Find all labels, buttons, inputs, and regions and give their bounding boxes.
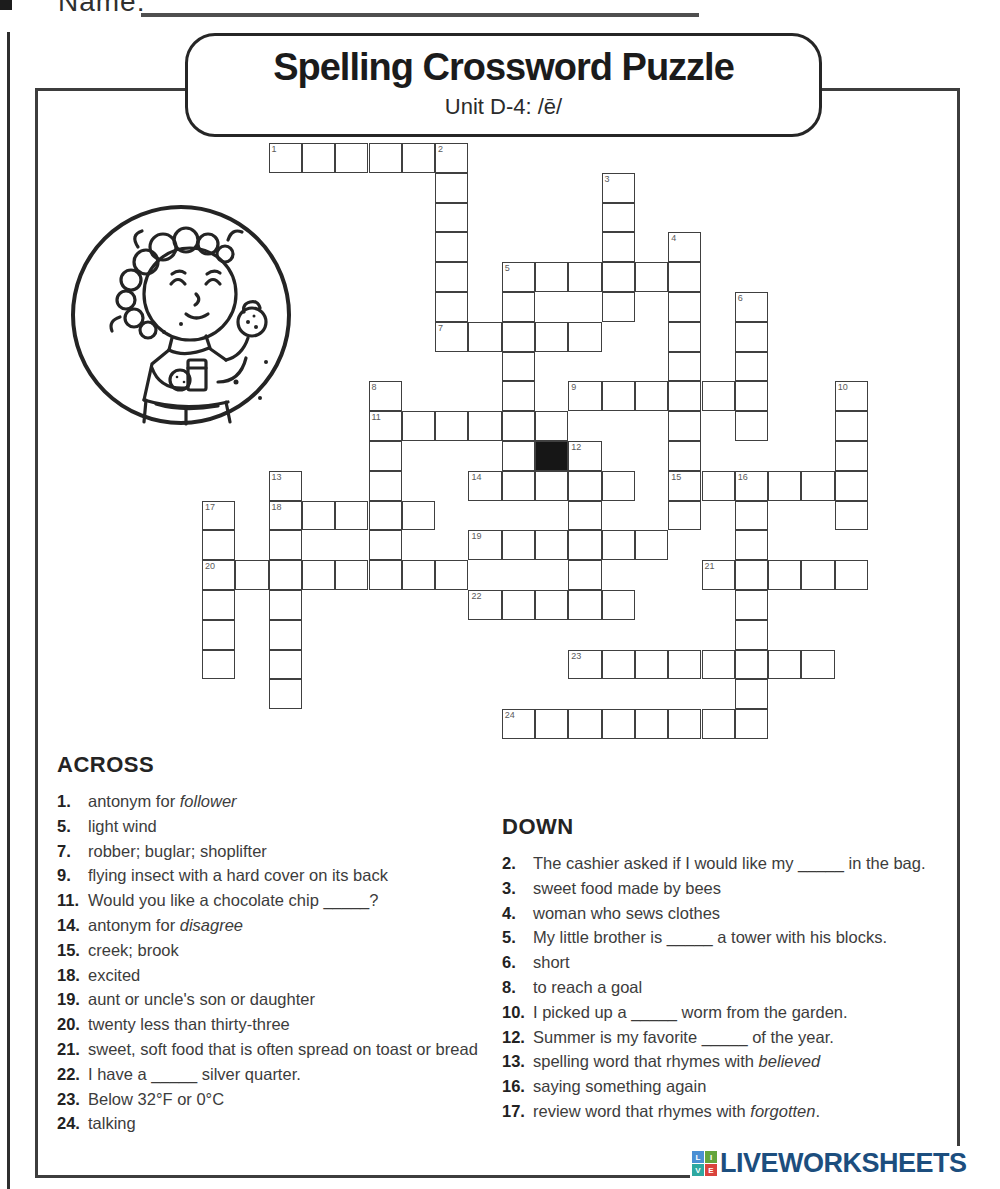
grid-cell-r10c11[interactable]: 12 xyxy=(568,441,601,471)
across-clue-5: 5.light wind xyxy=(57,816,489,836)
grid-cell-r4c13[interactable] xyxy=(635,262,668,292)
across-clue-list: 1.antonym for follower5.light wind7.robb… xyxy=(57,791,489,1133)
across-clue-11: 11.Would you like a chocolate chip _____… xyxy=(57,890,489,910)
grid-cell-r17c16[interactable] xyxy=(735,650,768,680)
grid-cell-r12c6[interactable] xyxy=(402,501,435,531)
clue-number: 15. xyxy=(57,940,88,960)
grid-cell-r14c11[interactable] xyxy=(568,560,601,590)
cell-number: 11 xyxy=(372,412,381,422)
grid-cell-r14c17[interactable] xyxy=(768,560,801,590)
cell-number: 16 xyxy=(738,472,748,482)
across-clue-24: 24.talking xyxy=(57,1113,489,1133)
title-bubble: Spelling Crossword Puzzle Unit D-4: /ē/ xyxy=(185,33,822,137)
clue-number: 5. xyxy=(57,816,88,836)
grid-cell-r18c16[interactable] xyxy=(735,679,768,709)
grid-cell-r2c12[interactable] xyxy=(602,203,635,233)
cell-number: 19 xyxy=(471,531,481,541)
grid-cell-r17c15[interactable] xyxy=(702,650,735,680)
down-clue-17: 17.review word that rhymes with forgotte… xyxy=(502,1101,980,1121)
grid-cell-r10c5[interactable] xyxy=(369,441,402,471)
grid-cell-r12c19[interactable] xyxy=(835,501,868,531)
grid-cell-r9c6[interactable] xyxy=(402,411,435,441)
down-clue-16: 16.saying something again xyxy=(502,1076,980,1096)
grid-cell-r15c12[interactable] xyxy=(602,590,635,620)
grid-cell-r10c14[interactable] xyxy=(668,441,701,471)
grid-cell-r19c13[interactable] xyxy=(635,709,668,739)
grid-cell-r14c3[interactable] xyxy=(302,560,335,590)
across-clue-19: 19.aunt or uncle's son or daughter xyxy=(57,989,489,1009)
grid-cell-r0c6[interactable] xyxy=(402,143,435,173)
grid-cell-r11c18[interactable] xyxy=(801,471,834,501)
across-clue-14: 14.antonym for disagree xyxy=(57,915,489,935)
across-clue-18: 18.excited xyxy=(57,965,489,985)
down-clue-10: 10.I picked up a _____ worm from the gar… xyxy=(502,1002,980,1022)
grid-cell-r0c2[interactable]: 1 xyxy=(269,143,302,173)
clue-number: 16. xyxy=(502,1076,533,1096)
grid-cell-r14c1[interactable] xyxy=(235,560,268,590)
page-title: Spelling Crossword Puzzle xyxy=(188,46,819,89)
grid-cell-r10c9[interactable] xyxy=(502,441,535,471)
grid-cell-r7c16[interactable] xyxy=(735,352,768,382)
grid-cell-r15c8[interactable]: 22 xyxy=(468,590,501,620)
clue-text: review word that rhymes with forgotten. xyxy=(533,1101,820,1121)
cell-number: 2 xyxy=(438,144,443,154)
grid-cell-r14c0[interactable]: 20 xyxy=(202,560,235,590)
grid-cell-r6c7[interactable]: 7 xyxy=(435,322,468,352)
grid-cell-r3c7[interactable] xyxy=(435,232,468,262)
grid-cell-r11c14[interactable]: 15 xyxy=(668,471,701,501)
grid-cell-r14c7[interactable] xyxy=(435,560,468,590)
grid-cell-r16c16[interactable] xyxy=(735,620,768,650)
clue-text: aunt or uncle's son or daughter xyxy=(88,989,315,1009)
crossword-grid: 125791114151618192021222324346810121317 xyxy=(202,143,869,740)
grid-cell-r14c5[interactable] xyxy=(369,560,402,590)
grid-cell-r5c14[interactable] xyxy=(668,292,701,322)
clue-number: 14. xyxy=(57,915,88,935)
across-clue-7: 7.robber; buglar; shoplifter xyxy=(57,841,489,861)
cell-number: 7 xyxy=(438,323,443,333)
grid-cell-r4c7[interactable] xyxy=(435,262,468,292)
grid-cell-r13c5[interactable] xyxy=(369,530,402,560)
cell-number: 24 xyxy=(505,710,515,720)
grid-cell-r5c16[interactable]: 6 xyxy=(735,292,768,322)
cell-number: 17 xyxy=(205,502,215,512)
clue-text: excited xyxy=(88,965,140,985)
grid-cell-r14c18[interactable] xyxy=(801,560,834,590)
grid-cell-r6c16[interactable] xyxy=(735,322,768,352)
clue-text: light wind xyxy=(88,816,157,836)
grid-cell-r2c7[interactable] xyxy=(435,203,468,233)
down-clue-12: 12.Summer is my favorite _____ of the ye… xyxy=(502,1027,980,1047)
grid-cell-r0c7[interactable]: 2 xyxy=(435,143,468,173)
grid-cell-r19c14[interactable] xyxy=(668,709,701,739)
clue-number: 20. xyxy=(57,1014,88,1034)
clue-text: twenty less than thirty-three xyxy=(88,1014,290,1034)
grid-cell-r4c12[interactable] xyxy=(602,262,635,292)
grid-cell-r17c0[interactable] xyxy=(202,650,235,680)
across-clue-23: 23.Below 32°F or 0°C xyxy=(57,1089,489,1109)
grid-cell-r13c13[interactable] xyxy=(635,530,668,560)
grid-cell-r4c10[interactable] xyxy=(535,262,568,292)
grid-cell-r8c9[interactable] xyxy=(502,381,535,411)
down-clue-8: 8.to reach a goal xyxy=(502,977,980,997)
clue-text: robber; buglar; shoplifter xyxy=(88,841,267,861)
liveworksheets-logo-text: LIVEWORKSHEETS xyxy=(720,1148,967,1179)
grid-cell-r7c9[interactable] xyxy=(502,352,535,382)
grid-cell-r11c12[interactable] xyxy=(602,471,635,501)
clue-text: My little brother is _____ a tower with … xyxy=(533,927,887,947)
grid-cell-r3c12[interactable] xyxy=(602,232,635,262)
grid-cell-r15c0[interactable] xyxy=(202,590,235,620)
clue-text: Below 32°F or 0°C xyxy=(88,1089,224,1109)
clue-text: The cashier asked if I would like my ___… xyxy=(533,853,926,873)
clue-number: 13. xyxy=(502,1051,533,1071)
black-cell-r10c10 xyxy=(535,441,568,471)
clue-text: talking xyxy=(88,1113,136,1133)
down-clues-section: DOWN 2.The cashier asked if I would like… xyxy=(502,814,980,1126)
grid-cell-r13c9[interactable] xyxy=(502,530,535,560)
clue-number: 24. xyxy=(57,1113,88,1133)
grid-cell-r15c16[interactable] xyxy=(735,590,768,620)
clue-text: saying something again xyxy=(533,1076,706,1096)
grid-cell-r9c7[interactable] xyxy=(435,411,468,441)
across-clue-15: 15.creek; brook xyxy=(57,940,489,960)
grid-cell-r12c4[interactable] xyxy=(335,501,368,531)
grid-cell-r18c2[interactable] xyxy=(269,679,302,709)
clue-text: to reach a goal xyxy=(533,977,642,997)
grid-cell-r19c12[interactable] xyxy=(602,709,635,739)
grid-cell-r9c5[interactable]: 11 xyxy=(369,411,402,441)
grid-cell-r13c0[interactable] xyxy=(202,530,235,560)
grid-cell-r17c11[interactable]: 23 xyxy=(568,650,601,680)
grid-cell-r4c14[interactable] xyxy=(668,262,701,292)
grid-cell-r13c12[interactable] xyxy=(602,530,635,560)
liveworksheets-logo-icon: LIVE xyxy=(692,1151,717,1176)
clue-text: antonym for follower xyxy=(88,791,237,811)
down-clue-13: 13.spelling word that rhymes with believ… xyxy=(502,1051,980,1071)
clue-number: 10. xyxy=(502,1002,533,1022)
grid-cell-r13c16[interactable] xyxy=(735,530,768,560)
grid-cell-r9c19[interactable] xyxy=(835,411,868,441)
clue-text: I picked up a _____ worm from the garden… xyxy=(533,1002,848,1022)
grid-cell-r4c11[interactable] xyxy=(568,262,601,292)
grid-cell-r14c2[interactable] xyxy=(269,560,302,590)
grid-cell-r9c10[interactable] xyxy=(535,411,568,441)
clue-number: 17. xyxy=(502,1101,533,1121)
down-clue-2: 2.The cashier asked if I would like my _… xyxy=(502,853,980,873)
grid-cell-r12c16[interactable] xyxy=(735,501,768,531)
name-blank-line[interactable] xyxy=(141,13,699,17)
grid-cell-r15c10[interactable] xyxy=(535,590,568,620)
grid-cell-r6c10[interactable] xyxy=(535,322,568,352)
clue-text: Would you like a chocolate chip _____? xyxy=(88,890,378,910)
grid-cell-r17c17[interactable] xyxy=(768,650,801,680)
grid-cell-r0c3[interactable] xyxy=(302,143,335,173)
clue-number: 6. xyxy=(502,952,533,972)
grid-cell-r15c9[interactable] xyxy=(502,590,535,620)
cell-number: 18 xyxy=(272,502,282,512)
down-clue-4: 4.woman who sews clothes xyxy=(502,903,980,923)
cell-number: 3 xyxy=(605,174,610,184)
grid-cell-r1c12[interactable]: 3 xyxy=(602,173,635,203)
grid-cell-r6c9[interactable] xyxy=(502,322,535,352)
page-subtitle: Unit D-4: /ē/ xyxy=(188,94,819,120)
grid-cell-r6c14[interactable] xyxy=(668,322,701,352)
clue-text: sweet, soft food that is often spread on… xyxy=(88,1039,478,1059)
clue-text: flying insect with a hard cover on its b… xyxy=(88,865,388,885)
grid-cell-r0c5[interactable] xyxy=(369,143,402,173)
down-header: DOWN xyxy=(502,814,980,840)
cell-number: 10 xyxy=(838,382,848,392)
grid-cell-r11c8[interactable]: 14 xyxy=(468,471,501,501)
clue-text: woman who sews clothes xyxy=(533,903,720,923)
grid-cell-r16c0[interactable] xyxy=(202,620,235,650)
grid-cell-r5c9[interactable] xyxy=(502,292,535,322)
grid-cell-r16c2[interactable] xyxy=(269,620,302,650)
down-clue-list: 2.The cashier asked if I would like my _… xyxy=(502,853,980,1121)
grid-cell-r9c14[interactable] xyxy=(668,411,701,441)
clue-number: 19. xyxy=(57,989,88,1009)
grid-cell-r19c9[interactable]: 24 xyxy=(502,709,535,739)
grid-cell-r11c10[interactable] xyxy=(535,471,568,501)
grid-cell-r11c17[interactable] xyxy=(768,471,801,501)
worksheet-page: Name: Spelling Crossword Puzzle Unit D-4… xyxy=(0,0,1000,1189)
cell-number: 6 xyxy=(738,293,743,303)
grid-cell-r19c15[interactable] xyxy=(702,709,735,739)
name-label: Name: xyxy=(58,0,145,18)
grid-cell-r15c2[interactable] xyxy=(269,590,302,620)
grid-cell-r17c12[interactable] xyxy=(602,650,635,680)
grid-cell-r8c11[interactable]: 9 xyxy=(568,381,601,411)
grid-cell-r11c15[interactable] xyxy=(702,471,735,501)
grid-cell-r11c19[interactable] xyxy=(835,471,868,501)
grid-cell-r12c3[interactable] xyxy=(302,501,335,531)
grid-cell-r14c16[interactable] xyxy=(735,560,768,590)
cell-number: 8 xyxy=(372,382,377,392)
grid-cell-r8c15[interactable] xyxy=(702,381,735,411)
grid-cell-r11c16[interactable]: 16 xyxy=(735,471,768,501)
grid-cell-r8c19[interactable]: 10 xyxy=(835,381,868,411)
grid-cell-r12c2[interactable]: 18 xyxy=(269,501,302,531)
clue-text: I have a _____ silver quarter. xyxy=(88,1064,301,1084)
cell-number: 20 xyxy=(205,561,215,571)
down-clue-6: 6.short xyxy=(502,952,980,972)
down-clue-3: 3.sweet food made by bees xyxy=(502,878,980,898)
clue-number: 1. xyxy=(57,791,88,811)
cell-number: 15 xyxy=(671,472,681,482)
grid-cell-r11c2[interactable]: 13 xyxy=(269,471,302,501)
grid-cell-r19c16[interactable] xyxy=(735,709,768,739)
grid-cell-r10c19[interactable] xyxy=(835,441,868,471)
grid-cell-r17c2[interactable] xyxy=(269,650,302,680)
clue-number: 8. xyxy=(502,977,533,997)
grid-cell-r12c5[interactable] xyxy=(369,501,402,531)
clue-text: Summer is my favorite _____ of the year. xyxy=(533,1027,834,1047)
grid-cell-r9c9[interactable] xyxy=(502,411,535,441)
grid-cell-r17c14[interactable] xyxy=(668,650,701,680)
scan-edge-line xyxy=(7,32,10,1189)
grid-cell-r8c16[interactable] xyxy=(735,381,768,411)
cell-number: 4 xyxy=(671,233,676,243)
grid-cell-r6c11[interactable] xyxy=(568,322,601,352)
cell-number: 1 xyxy=(272,144,277,154)
grid-cell-r1c7[interactable] xyxy=(435,173,468,203)
across-header: ACROSS xyxy=(57,752,489,778)
grid-cell-r8c5[interactable]: 8 xyxy=(369,381,402,411)
grid-cell-r12c11[interactable] xyxy=(568,501,601,531)
grid-cell-r3c14[interactable]: 4 xyxy=(668,232,701,262)
clue-text: sweet food made by bees xyxy=(533,878,721,898)
logo-tile-l: L xyxy=(692,1151,704,1163)
clue-number: 2. xyxy=(502,853,533,873)
grid-cell-r5c7[interactable] xyxy=(435,292,468,322)
grid-cell-r15c11[interactable] xyxy=(568,590,601,620)
cell-number: 14 xyxy=(471,472,481,482)
grid-cell-r17c18[interactable] xyxy=(801,650,834,680)
grid-cell-r11c5[interactable] xyxy=(369,471,402,501)
grid-cell-r4c9[interactable]: 5 xyxy=(502,262,535,292)
cell-number: 5 xyxy=(505,263,510,273)
liveworksheets-logo: LIVE LIVEWORKSHEETS xyxy=(690,1146,969,1181)
clue-number: 5. xyxy=(502,927,533,947)
grid-cell-r5c12[interactable] xyxy=(602,292,635,322)
cell-number: 23 xyxy=(571,651,581,661)
clue-number: 18. xyxy=(57,965,88,985)
grid-cell-r13c8[interactable]: 19 xyxy=(468,530,501,560)
cell-number: 13 xyxy=(272,472,282,482)
grid-cell-r9c16[interactable] xyxy=(735,411,768,441)
logo-tile-i: I xyxy=(705,1151,717,1163)
across-clue-21: 21.sweet, soft food that is often spread… xyxy=(57,1039,489,1059)
cell-number: 12 xyxy=(571,442,581,452)
cell-number: 9 xyxy=(571,382,576,392)
cell-number: 21 xyxy=(705,561,715,571)
logo-tile-v: V xyxy=(692,1164,704,1176)
grid-cell-r14c6[interactable] xyxy=(402,560,435,590)
grid-cell-r14c15[interactable]: 21 xyxy=(702,560,735,590)
grid-cell-r12c14[interactable] xyxy=(668,501,701,531)
clue-number: 7. xyxy=(57,841,88,861)
clue-number: 21. xyxy=(57,1039,88,1059)
grid-cell-r9c8[interactable] xyxy=(468,411,501,441)
clue-text: antonym for disagree xyxy=(88,915,243,935)
grid-cell-r11c11[interactable] xyxy=(568,471,601,501)
grid-cell-r12c0[interactable]: 17 xyxy=(202,501,235,531)
grid-cell-r19c11[interactable] xyxy=(568,709,601,739)
clue-number: 3. xyxy=(502,878,533,898)
across-clues-section: ACROSS 1.antonym for follower5.light win… xyxy=(57,752,489,1138)
clue-text: spelling word that rhymes with believed xyxy=(533,1051,820,1071)
grid-cell-r0c4[interactable] xyxy=(335,143,368,173)
grid-cell-r8c13[interactable] xyxy=(635,381,668,411)
grid-cell-r14c19[interactable] xyxy=(835,560,868,590)
clue-number: 23. xyxy=(57,1089,88,1109)
down-clue-5: 5.My little brother is _____ a tower wit… xyxy=(502,927,980,947)
across-clue-1: 1.antonym for follower xyxy=(57,791,489,811)
clue-text: short xyxy=(533,952,570,972)
clue-number: 11. xyxy=(57,890,88,910)
clue-number: 4. xyxy=(502,903,533,923)
clue-number: 12. xyxy=(502,1027,533,1047)
clue-number: 9. xyxy=(57,865,88,885)
across-clue-20: 20.twenty less than thirty-three xyxy=(57,1014,489,1034)
scan-corner-mark xyxy=(0,0,12,10)
grid-cell-r6c8[interactable] xyxy=(468,322,501,352)
grid-cell-r13c10[interactable] xyxy=(535,530,568,560)
across-clue-22: 22.I have a _____ silver quarter. xyxy=(57,1064,489,1084)
clue-text: creek; brook xyxy=(88,940,179,960)
grid-cell-r11c9[interactable] xyxy=(502,471,535,501)
across-clue-9: 9.flying insect with a hard cover on its… xyxy=(57,865,489,885)
grid-cell-r14c4[interactable] xyxy=(335,560,368,590)
logo-tile-e: E xyxy=(705,1164,717,1176)
grid-cell-r7c14[interactable] xyxy=(668,352,701,382)
grid-cell-r13c11[interactable] xyxy=(568,530,601,560)
clue-number: 22. xyxy=(57,1064,88,1084)
grid-cell-r17c13[interactable] xyxy=(635,650,668,680)
grid-cell-r8c14[interactable] xyxy=(668,381,701,411)
grid-cell-r13c2[interactable] xyxy=(269,530,302,560)
grid-cell-r8c12[interactable] xyxy=(602,381,635,411)
grid-cell-r19c10[interactable] xyxy=(535,709,568,739)
cell-number: 22 xyxy=(471,591,481,601)
